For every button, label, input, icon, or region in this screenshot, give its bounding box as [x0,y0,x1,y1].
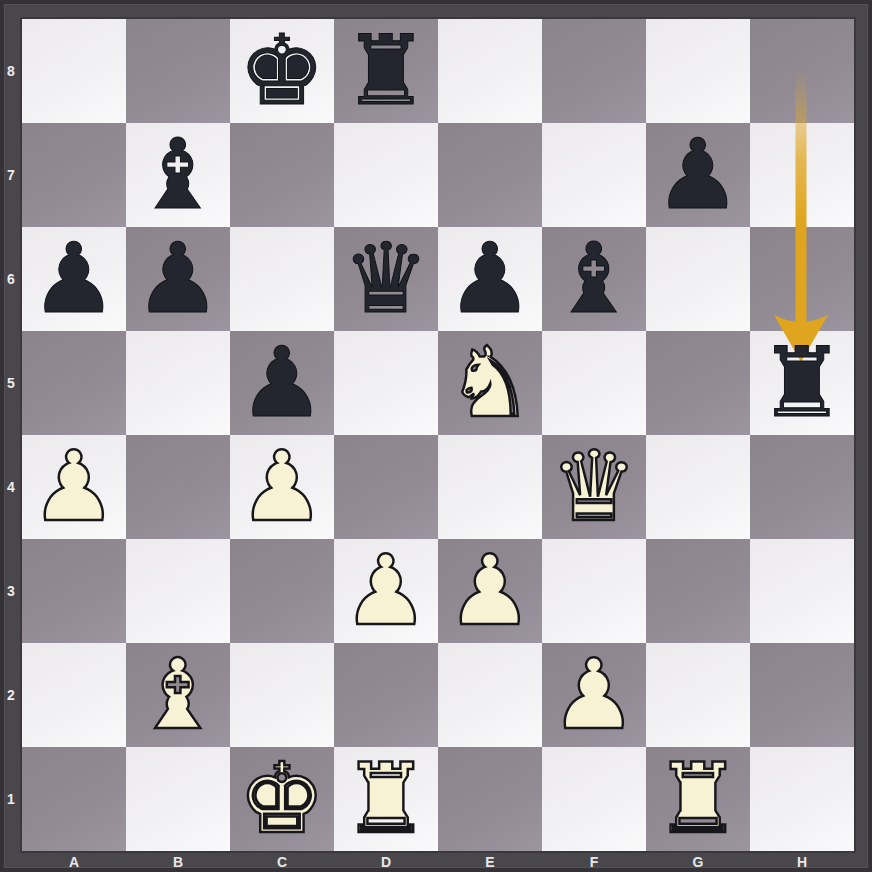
square-b5[interactable] [126,331,230,435]
piece-black-pawn[interactable]: ♟ [438,227,542,331]
file-label-f: F [542,851,646,872]
square-e8[interactable] [438,19,542,123]
square-c3[interactable] [230,539,334,643]
piece-black-bishop[interactable]: ♝ [542,227,646,331]
square-e5[interactable]: ♞ [438,331,542,435]
piece-white-pawn[interactable]: ♟ [22,435,126,539]
rank-label-2: 2 [0,643,22,747]
square-d2[interactable] [334,643,438,747]
square-e7[interactable] [438,123,542,227]
chess-board-frame: ♚♜♝♟♟♟♛♟♝♟♞♜♟♟♛♟♟♝♟♚♜♜ 87654321 ABCDEFGH [0,0,872,872]
square-f3[interactable] [542,539,646,643]
square-h2[interactable] [750,643,854,747]
piece-black-pawn[interactable]: ♟ [22,227,126,331]
square-b3[interactable] [126,539,230,643]
square-d6[interactable]: ♛ [334,227,438,331]
square-b1[interactable] [126,747,230,851]
square-c8[interactable]: ♚ [230,19,334,123]
piece-white-rook[interactable]: ♜ [646,747,750,851]
piece-white-pawn[interactable]: ♟ [230,435,334,539]
square-h6[interactable] [750,227,854,331]
square-g2[interactable] [646,643,750,747]
rank-label-1: 1 [0,747,22,851]
rank-label-8: 8 [0,19,22,123]
square-e2[interactable] [438,643,542,747]
piece-white-knight[interactable]: ♞ [438,331,542,435]
rank-label-3: 3 [0,539,22,643]
square-g6[interactable] [646,227,750,331]
square-h1[interactable] [750,747,854,851]
square-e6[interactable]: ♟ [438,227,542,331]
rank-label-6: 6 [0,227,22,331]
square-e1[interactable] [438,747,542,851]
square-c1[interactable]: ♚ [230,747,334,851]
piece-white-rook[interactable]: ♜ [334,747,438,851]
piece-white-bishop[interactable]: ♝ [126,643,230,747]
square-d3[interactable]: ♟ [334,539,438,643]
square-g5[interactable] [646,331,750,435]
square-h7[interactable] [750,123,854,227]
square-a8[interactable] [22,19,126,123]
square-h4[interactable] [750,435,854,539]
square-d4[interactable] [334,435,438,539]
piece-black-pawn[interactable]: ♟ [230,331,334,435]
piece-black-bishop[interactable]: ♝ [126,123,230,227]
square-b4[interactable] [126,435,230,539]
square-a6[interactable]: ♟ [22,227,126,331]
square-d7[interactable] [334,123,438,227]
rank-label-5: 5 [0,331,22,435]
square-c2[interactable] [230,643,334,747]
square-a3[interactable] [22,539,126,643]
square-f4[interactable]: ♛ [542,435,646,539]
piece-black-rook[interactable]: ♜ [334,19,438,123]
square-c5[interactable]: ♟ [230,331,334,435]
square-g8[interactable] [646,19,750,123]
square-h5[interactable]: ♜ [750,331,854,435]
square-g4[interactable] [646,435,750,539]
square-b8[interactable] [126,19,230,123]
square-f2[interactable]: ♟ [542,643,646,747]
piece-white-king[interactable]: ♚ [230,747,334,851]
square-d8[interactable]: ♜ [334,19,438,123]
square-e3[interactable]: ♟ [438,539,542,643]
square-b7[interactable]: ♝ [126,123,230,227]
rank-label-4: 4 [0,435,22,539]
file-label-h: H [750,851,854,872]
chess-board: ♚♜♝♟♟♟♛♟♝♟♞♜♟♟♛♟♟♝♟♚♜♜ [22,19,854,851]
square-a2[interactable] [22,643,126,747]
square-g3[interactable] [646,539,750,643]
square-c4[interactable]: ♟ [230,435,334,539]
piece-black-pawn[interactable]: ♟ [646,123,750,227]
piece-white-pawn[interactable]: ♟ [334,539,438,643]
square-f7[interactable] [542,123,646,227]
piece-black-rook[interactable]: ♜ [750,331,854,435]
piece-black-pawn[interactable]: ♟ [126,227,230,331]
square-f1[interactable] [542,747,646,851]
piece-black-king[interactable]: ♚ [230,19,334,123]
square-c7[interactable] [230,123,334,227]
file-label-a: A [22,851,126,872]
square-h8[interactable] [750,19,854,123]
file-label-b: B [126,851,230,872]
square-b2[interactable]: ♝ [126,643,230,747]
piece-white-pawn[interactable]: ♟ [438,539,542,643]
square-b6[interactable]: ♟ [126,227,230,331]
square-g1[interactable]: ♜ [646,747,750,851]
square-f5[interactable] [542,331,646,435]
square-c6[interactable] [230,227,334,331]
file-label-e: E [438,851,542,872]
square-e4[interactable] [438,435,542,539]
square-h3[interactable] [750,539,854,643]
square-a5[interactable] [22,331,126,435]
rank-label-7: 7 [0,123,22,227]
square-g7[interactable]: ♟ [646,123,750,227]
square-f8[interactable] [542,19,646,123]
square-f6[interactable]: ♝ [542,227,646,331]
square-a1[interactable] [22,747,126,851]
square-d1[interactable]: ♜ [334,747,438,851]
square-d5[interactable] [334,331,438,435]
square-a7[interactable] [22,123,126,227]
piece-white-pawn[interactable]: ♟ [542,643,646,747]
piece-black-queen[interactable]: ♛ [334,227,438,331]
piece-white-queen[interactable]: ♛ [542,435,646,539]
square-a4[interactable]: ♟ [22,435,126,539]
